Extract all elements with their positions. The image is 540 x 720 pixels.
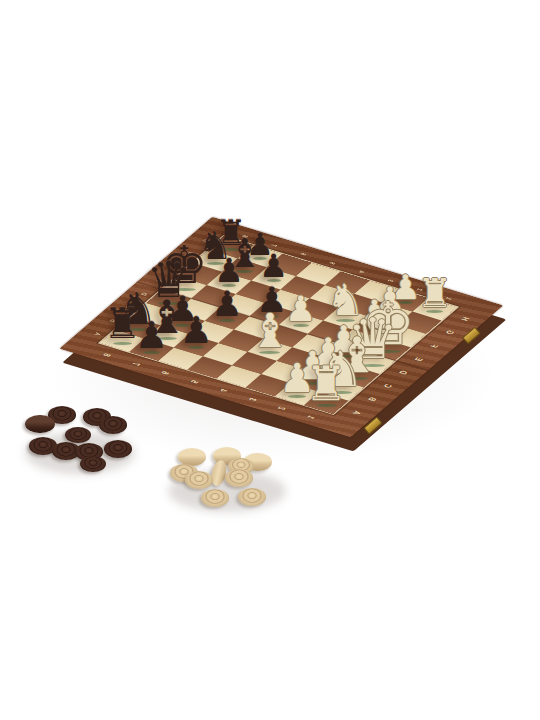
black-pawn-b6: ♟ [178, 312, 215, 349]
file-label-near-d: D [397, 370, 410, 376]
rank-label-near-7: 7 [130, 361, 142, 366]
black-pawn-d6: ♟ [210, 287, 245, 322]
rank-label-far-4: 4 [357, 270, 366, 274]
file-label-near-g: G [443, 329, 456, 335]
file-label-near-a: A [350, 410, 363, 416]
light-checker-disc [201, 489, 229, 506]
white-rook-a1: ♜ [303, 360, 350, 407]
dark-checker-disc [25, 415, 55, 434]
rank-label-near-6: 6 [159, 370, 171, 375]
black-pawn-g6: ♟ [258, 250, 290, 282]
file-label-near-b: B [366, 396, 379, 402]
dark-checker-disc [104, 440, 132, 457]
file-label-near-h: H [459, 316, 472, 322]
rank-label-near-5: 5 [188, 379, 200, 384]
light-checker-disc [238, 488, 266, 505]
black-pawn-f7: ♟ [212, 254, 245, 287]
dark-checker-disc [99, 416, 127, 433]
rank-label-far-6: 6 [299, 252, 308, 256]
light-checker-disc [185, 471, 213, 488]
black-pawn-a7: ♟ [133, 317, 170, 354]
file-label-near-f: F [428, 343, 441, 348]
light-checker-disc [225, 469, 253, 486]
file-label-near-c: C [381, 383, 394, 389]
rank-label-far-5: 5 [328, 261, 337, 265]
dark-checker-disc [80, 456, 106, 472]
light-checker-disc [178, 448, 206, 465]
rank-label-near-4: 4 [217, 388, 229, 393]
white-bishop-c4: ♝ [246, 307, 293, 354]
dark-checker-disc [65, 427, 91, 443]
rank-label-near-1: 1 [305, 415, 317, 420]
rank-label-near-8: 8 [101, 352, 113, 357]
rank-label-near-3: 3 [246, 397, 258, 402]
rank-label-near-2: 2 [276, 406, 288, 411]
chess-set-photo: AABBCCDDEEFFGGHH1122334455667788 ♜♞♝♛♚♜♞… [0, 0, 540, 720]
white-rook-h1: ♜ [415, 273, 455, 313]
